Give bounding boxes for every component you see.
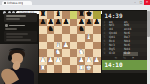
action-icon[interactable]: ½ [123,56,126,61]
square-a8[interactable]: ♜ [39,11,47,19]
square-b6[interactable]: ♞ [47,26,55,34]
white-pawn[interactable]: ♟ [78,57,84,65]
square-g6[interactable] [85,26,93,34]
black-pawn[interactable]: ♟ [86,19,92,27]
square-b7[interactable]: ♟ [47,19,55,27]
square-c2[interactable]: ♟ [54,57,62,65]
white-pawn[interactable]: ♟ [86,57,92,65]
player-avatar [5,24,8,27]
white-knight[interactable]: ♞ [78,49,84,57]
square-e5[interactable] [70,34,78,42]
square-e8[interactable] [70,11,78,19]
square-d6[interactable] [62,26,70,34]
square-h1[interactable] [93,65,101,73]
square-f4[interactable] [77,42,85,50]
screen: lichess.org – ▢ ✕ lichess.org ♜♝♜♚♟♟♟♟♟♟… [0,0,150,84]
square-g1[interactable]: ♚ [85,65,93,73]
black-knight[interactable]: ♞ [78,26,84,34]
white-pawn[interactable]: ♟ [63,42,69,50]
square-h7[interactable]: ♟ [93,19,101,27]
white-pawn[interactable]: ♟ [40,57,46,65]
white-rook[interactable]: ♜ [40,65,46,73]
square-e2[interactable] [70,57,78,65]
game-info-box [4,13,37,22]
player-name-bottom[interactable] [5,28,17,30]
square-h3[interactable] [93,49,101,57]
square-h6[interactable] [93,26,101,34]
square-d1[interactable] [62,65,70,73]
square-d3[interactable] [62,49,70,57]
white-pawn[interactable]: ♟ [55,57,61,65]
square-g4[interactable] [85,42,93,50]
square-d4[interactable]: ♟ [62,42,70,50]
black-pawn[interactable]: ♟ [94,19,100,27]
black-king[interactable]: ♚ [86,11,92,19]
square-a4[interactable] [39,42,47,50]
square-h2[interactable]: ♟ [93,57,101,65]
player-name-top[interactable] [9,25,25,27]
square-a1[interactable]: ♜ [39,65,47,73]
move-list[interactable]: 1e4e52Nf3Nf63d4exd44Qxd4Nc65Qd1Be76Bc4Nb… [102,21,147,56]
square-h5[interactable] [93,34,101,42]
square-f2[interactable]: ♟ [77,57,85,65]
white-bishop[interactable]: ♝ [86,34,92,42]
black-pawn[interactable]: ♟ [63,19,69,27]
white-bishop[interactable]: ♝ [55,42,61,50]
square-e7[interactable] [70,19,78,27]
square-c6[interactable] [54,26,62,34]
square-d5[interactable] [62,34,70,42]
headphones-earcup-icon [8,55,13,61]
square-f5[interactable] [77,34,85,42]
square-a3[interactable] [39,49,47,57]
clock-black: 14:39 [102,11,147,21]
square-a7[interactable]: ♟ [39,19,47,27]
black-pawn[interactable]: ♟ [55,19,61,27]
white-pawn[interactable]: ♟ [94,57,100,65]
black-knight[interactable]: ♞ [47,26,53,34]
square-h4[interactable] [93,42,101,50]
white-rook[interactable]: ♜ [78,65,84,73]
black-rook[interactable]: ♜ [78,11,84,19]
square-b1[interactable] [47,65,55,73]
black-pawn[interactable]: ♟ [47,19,53,27]
square-e4[interactable] [70,42,78,50]
black-rook[interactable]: ♜ [40,11,46,19]
game-panel: 14:39 1e4e52Nf3Nf63d4exd44Qxd4Nc65Qd1Be7… [102,11,147,73]
square-d7[interactable]: ♟ [62,19,70,27]
browser-toolbar: lichess.org [0,5,150,10]
square-b2[interactable]: ♟ [47,57,55,65]
square-b3[interactable] [47,49,55,57]
scrollbar-thumb[interactable] [147,11,149,37]
square-g7[interactable]: ♟ [85,19,93,27]
square-c1[interactable] [54,65,62,73]
white-king[interactable]: ♚ [86,65,92,73]
action-icon[interactable]: ⚑ [132,56,135,61]
square-f1[interactable]: ♜ [77,65,85,73]
clock-white: 14:10 [102,60,147,70]
webcam-overlay [0,44,38,84]
square-f7[interactable]: ♟ [77,19,85,27]
square-c7[interactable]: ♟ [54,19,62,27]
square-h8[interactable] [93,11,101,19]
square-c8[interactable]: ♝ [54,11,62,19]
square-e6[interactable] [70,26,78,34]
square-e1[interactable] [70,65,78,73]
square-a2[interactable]: ♟ [39,57,47,65]
square-b5[interactable] [47,34,55,42]
black-pawn[interactable]: ♟ [78,19,84,27]
square-g2[interactable]: ♟ [85,57,93,65]
square-c5[interactable] [54,34,62,42]
black-bishop[interactable]: ♝ [55,11,61,19]
square-c4[interactable]: ♝ [54,42,62,50]
square-b8[interactable] [47,11,55,19]
white-knight[interactable]: ♞ [55,49,61,57]
chat-box[interactable] [4,31,37,42]
square-g8[interactable]: ♚ [85,11,93,19]
square-e3[interactable] [70,49,78,57]
square-g3[interactable] [85,49,93,57]
white-pawn[interactable]: ♟ [47,57,53,65]
square-g5[interactable]: ♝ [85,34,93,42]
headphones-band-icon [9,48,25,54]
chess-board[interactable]: ♜♝♜♚♟♟♟♟♟♟♟♞♞♝♝♟♞♞♟♟♟♟♟♟♜♜♚ [39,11,101,73]
square-f8[interactable]: ♜ [77,11,85,19]
square-c3[interactable]: ♞ [54,49,62,57]
square-a5[interactable] [39,34,47,42]
square-a6[interactable] [39,26,47,34]
square-d2[interactable] [62,57,70,65]
square-f3[interactable]: ♞ [77,49,85,57]
square-f6[interactable]: ♞ [77,26,85,34]
square-d8[interactable] [62,11,70,19]
black-pawn[interactable]: ♟ [40,19,46,27]
square-b4[interactable] [47,42,55,50]
tab-favicon-icon [4,2,6,4]
